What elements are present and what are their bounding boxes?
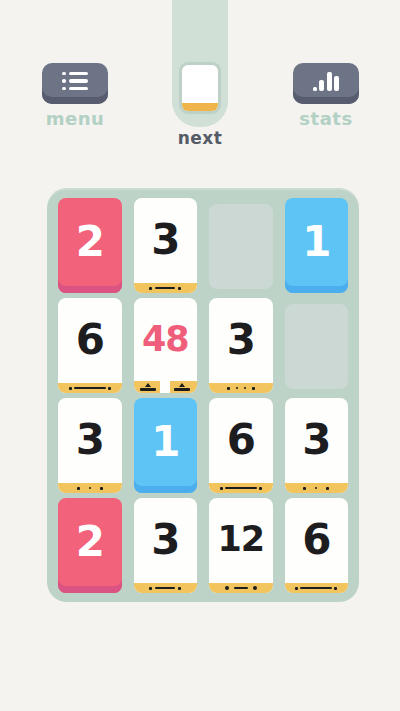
card-48-r2c2[interactable]: 48	[134, 298, 198, 393]
card-bottom-strip	[285, 483, 349, 493]
empty-cell-r1c3	[209, 204, 273, 289]
card-3-r2c3[interactable]: 3	[209, 298, 273, 393]
card-number: 3	[76, 419, 104, 473]
empty-cell-r2c4	[285, 304, 349, 389]
card-number: 3	[151, 219, 179, 273]
card-number: 3	[227, 319, 255, 373]
card-bottom-strip	[134, 381, 198, 393]
card-number: 12	[217, 522, 264, 569]
card-3-r4c2[interactable]: 3	[134, 498, 198, 593]
card-12-r4c3[interactable]: 12	[209, 498, 273, 593]
card-bottom-strip	[134, 583, 198, 593]
card-bottom-strip	[209, 483, 273, 493]
card-3-r3c4[interactable]: 3	[285, 398, 349, 493]
next-card-slot	[172, 0, 228, 127]
next-card-preview	[179, 62, 221, 114]
card-bottom-strip	[285, 583, 349, 593]
menu-label: menu	[41, 108, 109, 129]
card-3-r1c2[interactable]: 3	[134, 198, 198, 293]
next-label: next	[0, 128, 400, 148]
card-number: 1	[302, 221, 330, 271]
card-6-r2c1[interactable]: 6	[58, 298, 122, 393]
card-number: 48	[142, 322, 189, 369]
menu-group: menu	[41, 63, 109, 129]
card-1-r1c4[interactable]: 1	[285, 198, 349, 293]
card-number: 3	[302, 419, 330, 473]
card-number: 6	[76, 319, 104, 373]
card-bottom-strip	[58, 383, 122, 393]
card-number: 6	[302, 519, 330, 573]
game-board[interactable]: 2316483316323126	[47, 188, 359, 602]
card-bottom-strip	[209, 383, 273, 393]
top-bar: next menu stats	[0, 0, 400, 160]
card-number: 1	[151, 421, 179, 471]
card-bottom-strip	[58, 483, 122, 493]
card-6-r3c3[interactable]: 6	[209, 398, 273, 493]
stats-group: stats	[292, 63, 360, 129]
card-6-r4c4[interactable]: 6	[285, 498, 349, 593]
card-3-r3c1[interactable]: 3	[58, 398, 122, 493]
card-2-r4c1[interactable]: 2	[58, 498, 122, 593]
card-number: 2	[76, 521, 104, 571]
card-number: 6	[227, 419, 255, 473]
menu-button[interactable]	[42, 63, 108, 104]
stats-label: stats	[292, 108, 360, 129]
card-2-r1c1[interactable]: 2	[58, 198, 122, 293]
card-bottom-strip	[209, 583, 273, 593]
stats-bar-chart-icon	[313, 71, 340, 91]
stats-button[interactable]	[293, 63, 359, 104]
card-number: 3	[151, 519, 179, 573]
card-bottom-strip	[134, 283, 198, 293]
card-number: 2	[76, 221, 104, 271]
card-1-r3c2[interactable]: 1	[134, 398, 198, 493]
next-card-strip	[182, 103, 218, 111]
menu-list-icon	[62, 72, 88, 91]
